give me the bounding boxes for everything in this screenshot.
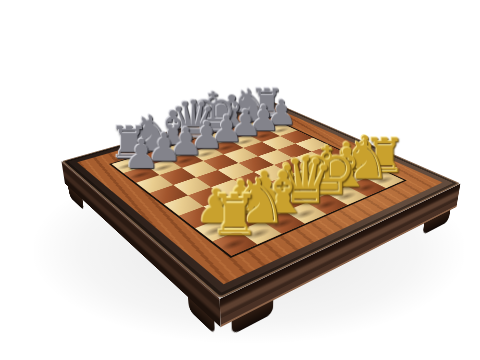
piece-white-rook-a1: ♜ [210,187,261,243]
product-photo-stage: ♜♞♝♚♛♝♞♜♟♟♟♟♟♟♟♟♟♟♟♟♟♟♟♟♜♞♝♚♛♝♞♜ [0,0,480,360]
square-a1: ♜ [213,231,258,256]
square-a7: ♟ [124,166,160,183]
piece-black-pawn-a7: ♟ [123,134,159,174]
